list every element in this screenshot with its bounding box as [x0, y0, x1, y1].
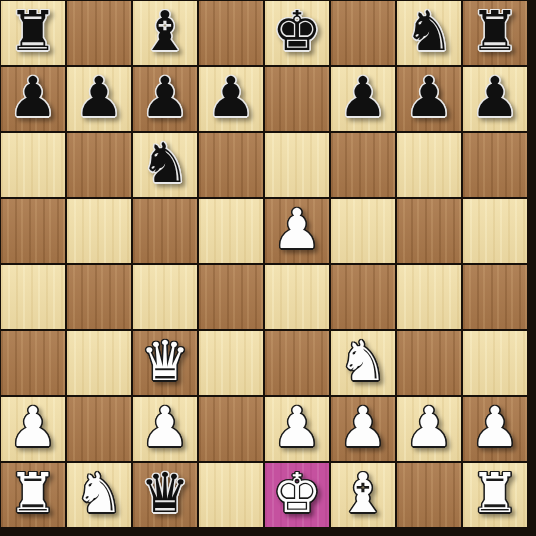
- piece-black-knight[interactable]: ♞: [140, 136, 189, 191]
- square-b3[interactable]: [67, 331, 131, 395]
- piece-black-pawn[interactable]: ♟: [404, 70, 453, 125]
- square-d6[interactable]: [199, 133, 263, 197]
- piece-white-rook[interactable]: ♜: [8, 466, 57, 521]
- square-d4[interactable]: [199, 265, 263, 329]
- square-c6[interactable]: ♞: [133, 133, 197, 197]
- piece-black-knight[interactable]: ♞: [404, 4, 453, 59]
- square-b6[interactable]: [67, 133, 131, 197]
- piece-black-pawn[interactable]: ♟: [74, 70, 123, 125]
- square-a6[interactable]: [1, 133, 65, 197]
- square-h3[interactable]: [463, 331, 527, 395]
- square-e3[interactable]: [265, 331, 329, 395]
- square-b8[interactable]: [67, 1, 131, 65]
- square-c1[interactable]: ♛: [133, 463, 197, 527]
- square-e6[interactable]: [265, 133, 329, 197]
- piece-black-pawn[interactable]: ♟: [338, 70, 387, 125]
- square-g7[interactable]: ♟: [397, 67, 461, 131]
- piece-white-rook[interactable]: ♜: [470, 466, 519, 521]
- piece-black-pawn[interactable]: ♟: [470, 70, 519, 125]
- square-f4[interactable]: [331, 265, 395, 329]
- square-g1[interactable]: [397, 463, 461, 527]
- piece-white-pawn[interactable]: ♟: [272, 400, 321, 455]
- square-d2[interactable]: [199, 397, 263, 461]
- piece-white-knight[interactable]: ♞: [338, 334, 387, 389]
- square-d1[interactable]: [199, 463, 263, 527]
- piece-white-pawn[interactable]: ♟: [140, 400, 189, 455]
- square-d7[interactable]: ♟: [199, 67, 263, 131]
- piece-white-pawn[interactable]: ♟: [8, 400, 57, 455]
- square-c3[interactable]: ♛: [133, 331, 197, 395]
- square-d5[interactable]: [199, 199, 263, 263]
- square-c4[interactable]: [133, 265, 197, 329]
- square-h2[interactable]: ♟: [463, 397, 527, 461]
- square-f1[interactable]: ♝: [331, 463, 395, 527]
- square-h7[interactable]: ♟: [463, 67, 527, 131]
- square-a1[interactable]: ♜: [1, 463, 65, 527]
- piece-white-bishop[interactable]: ♝: [338, 466, 387, 521]
- square-f8[interactable]: [331, 1, 395, 65]
- square-f7[interactable]: ♟: [331, 67, 395, 131]
- square-h8[interactable]: ♜: [463, 1, 527, 65]
- chess-board: ♜♝♚♞♜♟♟♟♟♟♟♟♞♟♛♞♟♟♟♟♟♟♜♞♛♚♝♜: [0, 0, 536, 536]
- piece-white-pawn[interactable]: ♟: [404, 400, 453, 455]
- square-b1[interactable]: ♞: [67, 463, 131, 527]
- square-g4[interactable]: [397, 265, 461, 329]
- square-f5[interactable]: [331, 199, 395, 263]
- piece-black-pawn[interactable]: ♟: [140, 70, 189, 125]
- chess-board-wrap: ♜♝♚♞♜♟♟♟♟♟♟♟♞♟♛♞♟♟♟♟♟♟♜♞♛♚♝♜: [0, 0, 536, 536]
- square-h6[interactable]: [463, 133, 527, 197]
- square-e4[interactable]: [265, 265, 329, 329]
- square-a4[interactable]: [1, 265, 65, 329]
- square-c8[interactable]: ♝: [133, 1, 197, 65]
- piece-black-pawn[interactable]: ♟: [206, 70, 255, 125]
- square-h5[interactable]: [463, 199, 527, 263]
- square-d8[interactable]: [199, 1, 263, 65]
- piece-black-rook[interactable]: ♜: [470, 4, 519, 59]
- piece-white-pawn[interactable]: ♟: [272, 202, 321, 257]
- square-c7[interactable]: ♟: [133, 67, 197, 131]
- piece-white-pawn[interactable]: ♟: [338, 400, 387, 455]
- square-b2[interactable]: [67, 397, 131, 461]
- square-g3[interactable]: [397, 331, 461, 395]
- square-e2[interactable]: ♟: [265, 397, 329, 461]
- piece-white-pawn[interactable]: ♟: [470, 400, 519, 455]
- square-g5[interactable]: [397, 199, 461, 263]
- square-b7[interactable]: ♟: [67, 67, 131, 131]
- piece-white-knight[interactable]: ♞: [74, 466, 123, 521]
- square-c2[interactable]: ♟: [133, 397, 197, 461]
- square-f3[interactable]: ♞: [331, 331, 395, 395]
- square-a5[interactable]: [1, 199, 65, 263]
- square-e7[interactable]: [265, 67, 329, 131]
- square-h4[interactable]: [463, 265, 527, 329]
- square-c5[interactable]: [133, 199, 197, 263]
- square-a7[interactable]: ♟: [1, 67, 65, 131]
- square-b4[interactable]: [67, 265, 131, 329]
- square-e5[interactable]: ♟: [265, 199, 329, 263]
- square-b5[interactable]: [67, 199, 131, 263]
- piece-black-rook[interactable]: ♜: [8, 4, 57, 59]
- square-g2[interactable]: ♟: [397, 397, 461, 461]
- piece-white-king[interactable]: ♚: [272, 466, 321, 521]
- piece-black-queen[interactable]: ♛: [140, 466, 189, 521]
- square-f6[interactable]: [331, 133, 395, 197]
- piece-white-queen[interactable]: ♛: [140, 334, 189, 389]
- square-f2[interactable]: ♟: [331, 397, 395, 461]
- square-e1[interactable]: ♚: [265, 463, 329, 527]
- square-h1[interactable]: ♜: [463, 463, 527, 527]
- piece-black-pawn[interactable]: ♟: [8, 70, 57, 125]
- square-a3[interactable]: [1, 331, 65, 395]
- square-g8[interactable]: ♞: [397, 1, 461, 65]
- piece-black-king[interactable]: ♚: [272, 4, 321, 59]
- square-a8[interactable]: ♜: [1, 1, 65, 65]
- square-g6[interactable]: [397, 133, 461, 197]
- square-a2[interactable]: ♟: [1, 397, 65, 461]
- square-e8[interactable]: ♚: [265, 1, 329, 65]
- square-d3[interactable]: [199, 331, 263, 395]
- piece-black-bishop[interactable]: ♝: [140, 4, 189, 59]
